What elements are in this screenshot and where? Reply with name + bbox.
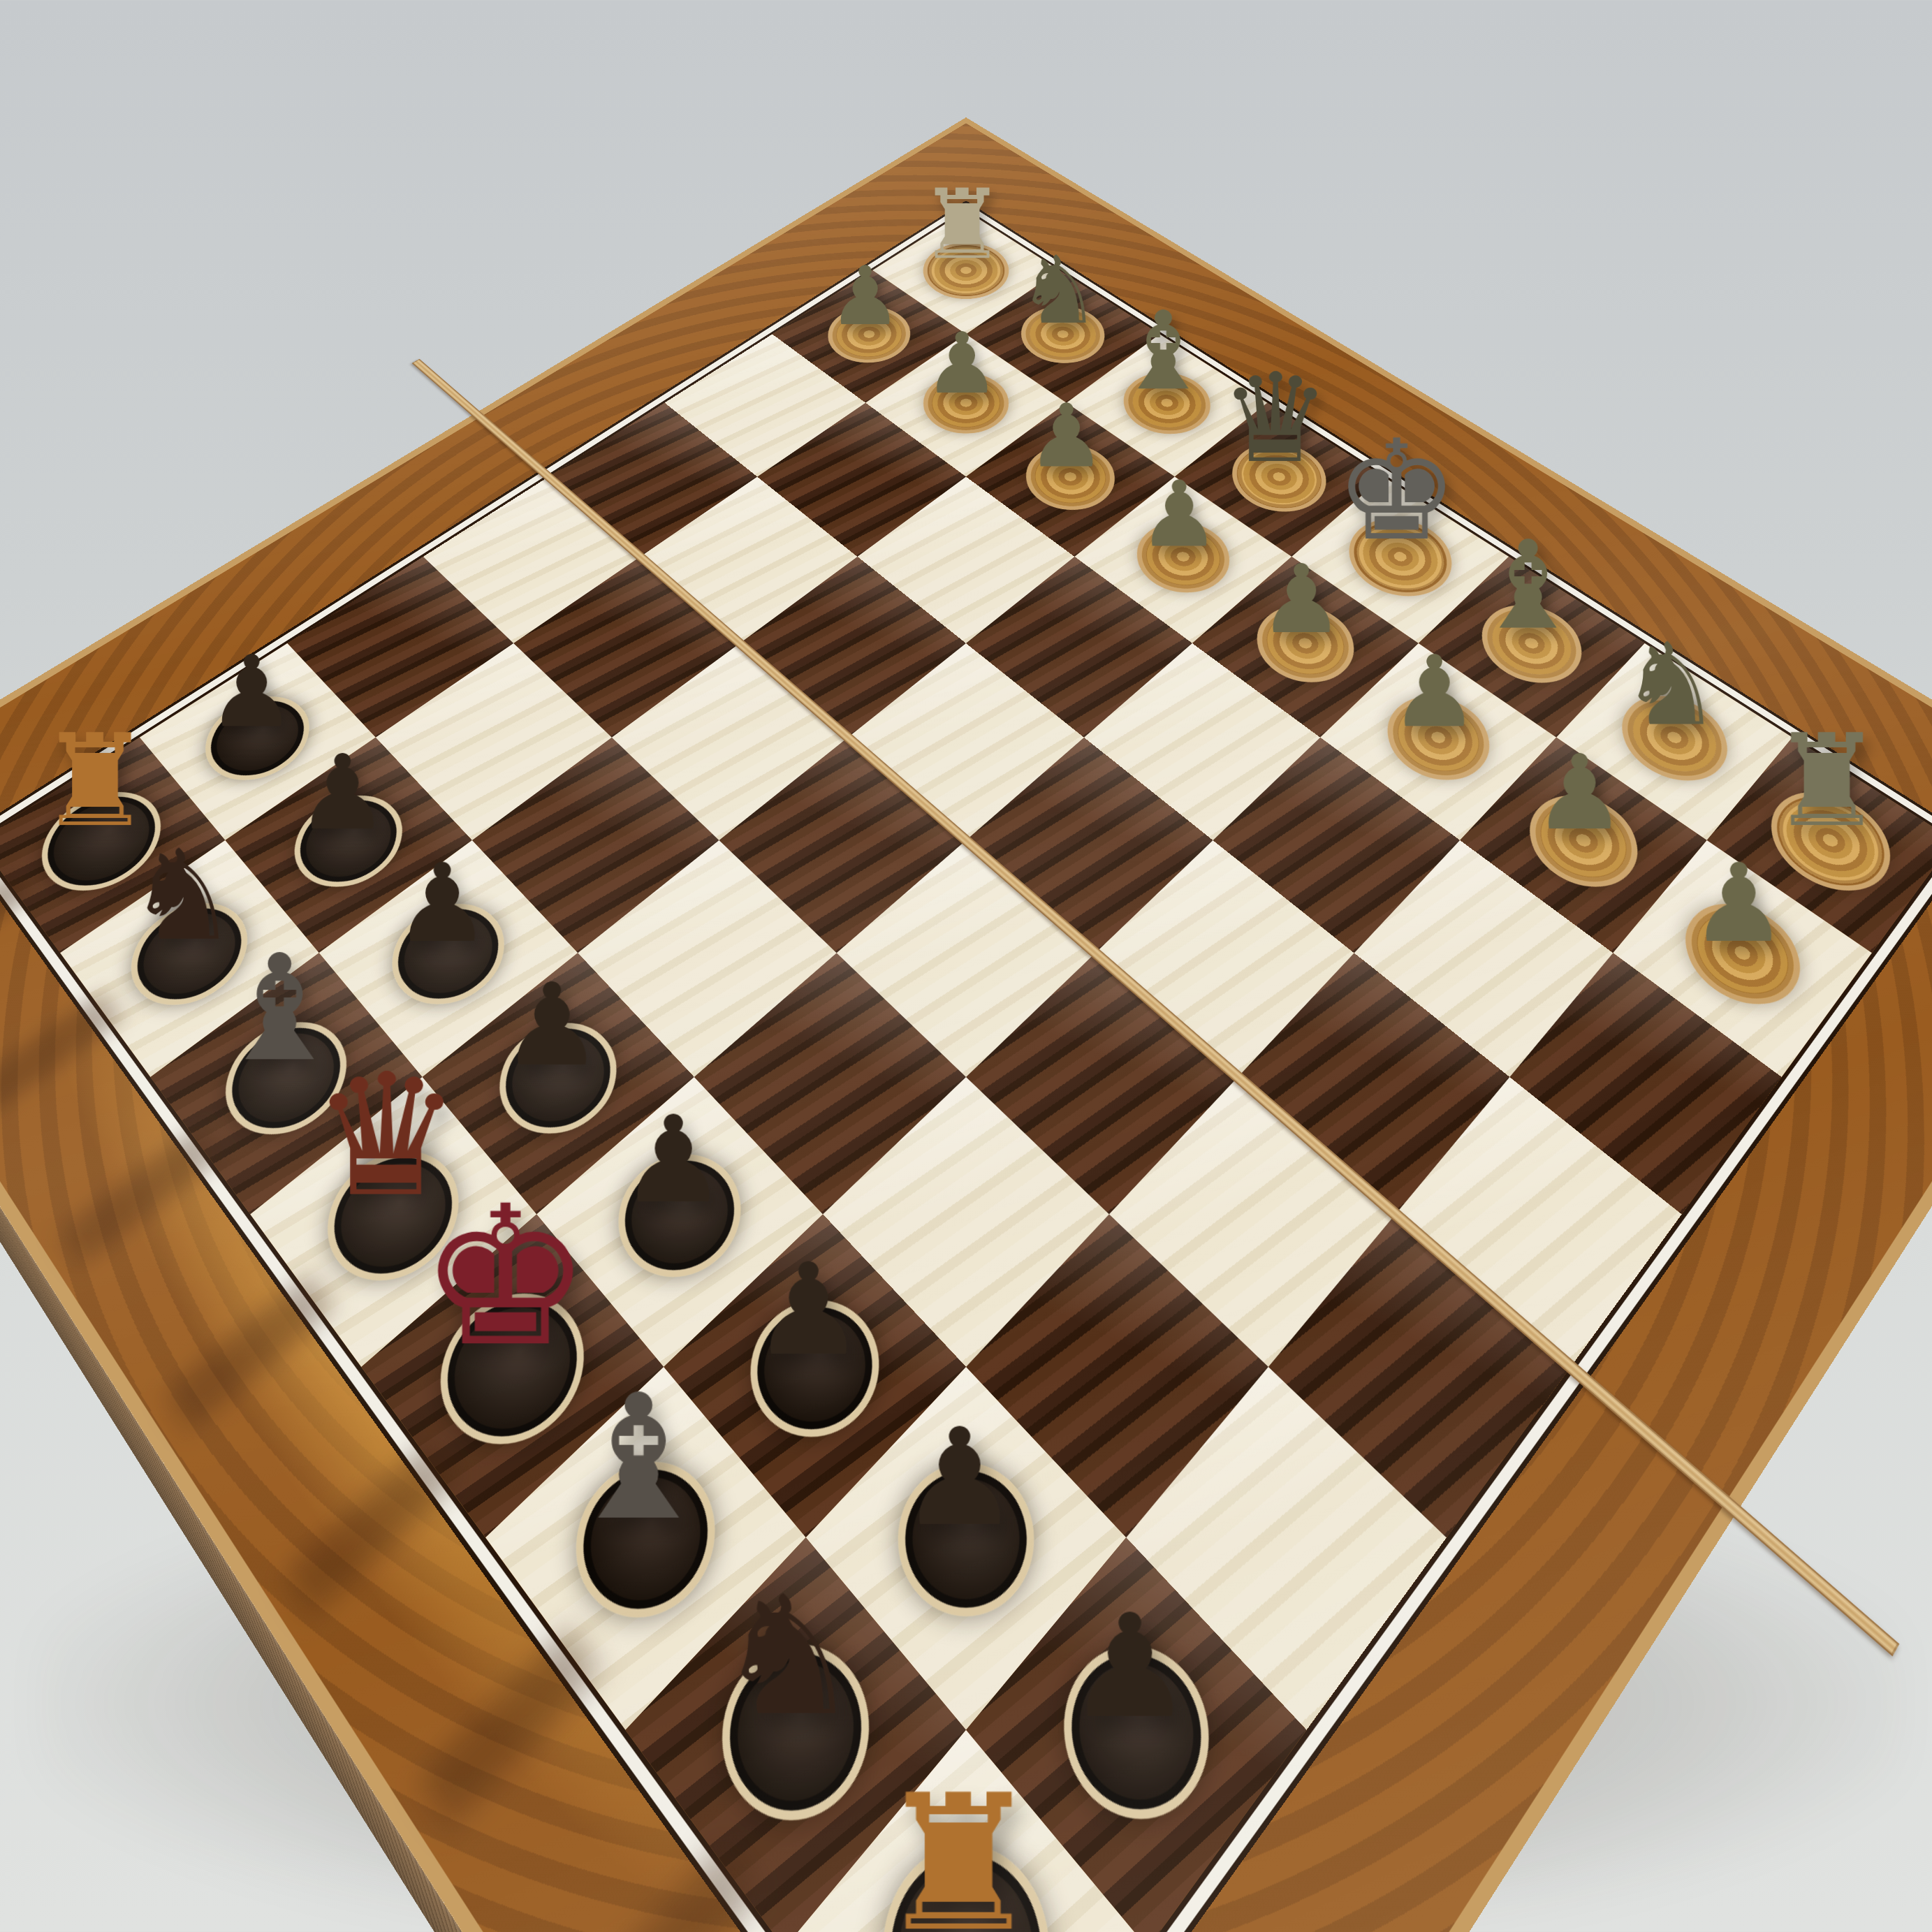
black-pawn-glyph: ♟ (1440, 741, 1720, 844)
white-rook-glyph: ♜ (752, 1770, 1164, 1932)
black-rook-glyph: ♜ (1687, 717, 1932, 844)
white-knight-glyph: ♞ (595, 1574, 981, 1738)
white-pawn-glyph: ♟ (937, 1595, 1323, 1739)
white-king-glyph: ♚ (334, 1180, 677, 1373)
white-pawn-glyph: ♟ (203, 741, 483, 844)
black-pawn-glyph: ♟ (1592, 849, 1885, 958)
piece-black-pawn-h7: ♟ (1613, 840, 1872, 1077)
square-h5 (1396, 1077, 1682, 1367)
photo-scene: ♜♞♝♛♚♝♞♜♟♟♟♟♟♟♟♟♟♟♟♟♟♟♟♟♜♞♝♛♚♝♞♜ (0, 0, 1932, 1932)
white-pawn-glyph: ♟ (637, 1247, 980, 1374)
black-pawn-glyph: ♟ (1301, 643, 1568, 742)
square-h7: ♟ (1613, 840, 1872, 1077)
chess-board: ♜♞♝♛♚♝♞♜♟♟♟♟♟♟♟♟♟♟♟♟♟♟♟♟♜♞♝♛♚♝♞♜ (0, 123, 1932, 1932)
black-pawn-glyph: ♟ (1173, 552, 1430, 647)
white-bishop-glyph: ♝ (457, 1373, 820, 1545)
white-pawn-glyph: ♟ (778, 1410, 1141, 1544)
